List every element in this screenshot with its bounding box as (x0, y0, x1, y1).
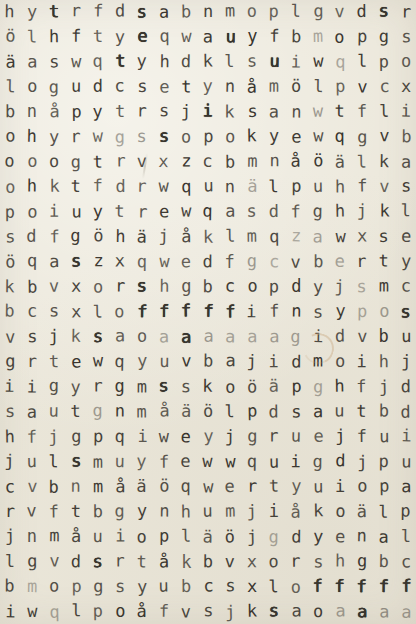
grid-cell[interactable]: e (65, 349, 87, 374)
grid-cell[interactable]: g (241, 424, 263, 449)
grid-cell[interactable]: g (109, 499, 131, 524)
grid-cell[interactable]: s (130, 0, 152, 25)
grid-cell[interactable]: l (87, 299, 109, 324)
grid-cell[interactable]: q (329, 49, 351, 74)
grid-cell[interactable]: t (87, 149, 109, 174)
grid-cell[interactable]: h (0, 0, 21, 24)
grid-cell[interactable]: i (132, 424, 154, 449)
grid-cell[interactable]: c (395, 549, 416, 574)
grid-cell[interactable]: f (87, 0, 109, 24)
grid-cell[interactable]: q (131, 249, 153, 274)
grid-cell[interactable]: m (263, 74, 285, 99)
grid-cell[interactable]: l (372, 500, 394, 525)
grid-cell[interactable]: s (65, 248, 87, 273)
grid-cell[interactable]: p (241, 398, 263, 423)
grid-cell[interactable]: u (219, 24, 241, 49)
grid-cell[interactable]: g (351, 549, 373, 574)
grid-cell[interactable]: f (153, 299, 175, 324)
grid-cell[interactable]: h (329, 548, 351, 573)
grid-cell[interactable]: s (131, 74, 153, 99)
grid-cell[interactable]: h (373, 349, 395, 374)
grid-cell[interactable]: y (64, 375, 86, 400)
grid-cell[interactable]: h (153, 274, 175, 299)
grid-cell[interactable]: o (43, 149, 65, 174)
grid-cell[interactable]: l (307, 74, 329, 99)
grid-cell[interactable]: z (175, 148, 197, 173)
grid-cell[interactable]: i (395, 98, 416, 123)
grid-cell[interactable]: k (65, 324, 87, 349)
grid-cell[interactable]: g (109, 374, 131, 399)
grid-cell[interactable]: o (43, 573, 65, 598)
grid-cell[interactable]: i (197, 98, 219, 123)
grid-cell[interactable]: o (219, 124, 241, 149)
grid-cell[interactable]: b (307, 249, 329, 274)
grid-cell[interactable]: a (197, 24, 219, 49)
grid-cell[interactable]: d (109, 174, 131, 199)
grid-cell[interactable]: i (240, 299, 262, 324)
grid-cell[interactable]: w (65, 49, 87, 74)
grid-cell[interactable]: p (373, 49, 395, 74)
grid-cell[interactable]: f (131, 299, 153, 324)
grid-cell[interactable]: r (109, 548, 131, 573)
grid-cell[interactable]: b (175, 574, 197, 599)
grid-cell[interactable]: d (285, 274, 307, 299)
grid-cell[interactable]: ä (175, 399, 198, 424)
grid-cell[interactable]: x (241, 549, 263, 574)
grid-cell[interactable]: w (87, 348, 109, 373)
grid-cell[interactable]: å (109, 474, 131, 499)
grid-cell[interactable]: v (175, 349, 197, 374)
grid-cell[interactable]: b (0, 99, 21, 124)
grid-cell[interactable]: s (87, 324, 109, 349)
grid-cell[interactable]: s (43, 298, 65, 323)
grid-cell[interactable]: b (0, 298, 21, 323)
grid-cell[interactable]: r (395, 0, 416, 25)
grid-cell[interactable]: n (351, 523, 373, 548)
grid-cell[interactable]: a (307, 224, 329, 249)
grid-cell[interactable]: a (153, 0, 175, 25)
grid-cell[interactable]: å (153, 549, 175, 574)
grid-cell[interactable]: r (109, 148, 131, 173)
grid-cell[interactable]: g (65, 424, 87, 449)
grid-cell[interactable]: s (109, 574, 131, 599)
grid-cell[interactable]: f (350, 574, 372, 599)
grid-cell[interactable]: å (153, 398, 175, 423)
grid-cell[interactable]: ö (285, 74, 307, 99)
grid-cell[interactable]: m (373, 273, 395, 298)
grid-cell[interactable]: t (350, 399, 372, 424)
grid-cell[interactable]: j (351, 198, 373, 223)
grid-cell[interactable]: j (351, 450, 373, 475)
grid-cell[interactable]: r (241, 474, 263, 499)
grid-cell[interactable]: k (241, 599, 263, 624)
grid-cell[interactable]: j (175, 99, 197, 124)
grid-cell[interactable]: i (43, 199, 65, 224)
grid-cell[interactable]: y (285, 473, 307, 498)
grid-cell[interactable]: f (65, 24, 87, 49)
grid-cell[interactable]: s (21, 324, 43, 349)
grid-cell[interactable]: u (152, 573, 174, 598)
grid-cell[interactable]: i (0, 599, 22, 624)
grid-cell[interactable]: d (329, 448, 351, 473)
grid-cell[interactable]: a (329, 598, 351, 623)
grid-cell[interactable]: o (131, 524, 153, 549)
grid-cell[interactable]: s (395, 24, 416, 49)
grid-cell[interactable]: m (219, 498, 241, 523)
grid-cell[interactable]: b (0, 573, 21, 598)
grid-cell[interactable]: l (395, 524, 416, 549)
grid-cell[interactable]: y (329, 298, 351, 323)
grid-cell[interactable]: p (87, 424, 109, 449)
grid-cell[interactable]: w (219, 449, 241, 474)
grid-cell[interactable]: q (108, 349, 130, 374)
grid-cell[interactable]: u (66, 199, 88, 224)
grid-cell[interactable]: b (285, 24, 307, 49)
grid-cell[interactable]: f (351, 99, 373, 124)
grid-cell[interactable]: a (307, 399, 329, 424)
grid-cell[interactable]: p (373, 449, 395, 474)
grid-cell[interactable]: s (152, 373, 174, 398)
grid-cell[interactable]: d (285, 524, 307, 549)
grid-cell[interactable]: x (65, 274, 87, 299)
grid-cell[interactable]: g (64, 223, 86, 248)
grid-cell[interactable]: u (395, 324, 416, 349)
grid-cell[interactable]: l (351, 49, 373, 74)
grid-cell[interactable]: r (131, 200, 153, 225)
grid-cell[interactable]: u (65, 74, 87, 99)
grid-cell[interactable]: v (20, 498, 42, 523)
grid-cell[interactable]: å (284, 149, 306, 174)
grid-cell[interactable]: w (196, 449, 218, 474)
grid-cell[interactable]: q (86, 49, 108, 74)
grid-cell[interactable]: t (87, 24, 109, 49)
grid-cell[interactable]: n (64, 474, 86, 499)
grid-cell[interactable]: k (240, 123, 262, 148)
grid-cell[interactable]: i (21, 374, 43, 399)
grid-cell[interactable]: u (263, 449, 285, 474)
grid-cell[interactable]: a (21, 49, 43, 74)
grid-cell[interactable]: u (285, 423, 307, 448)
grid-cell[interactable]: f (351, 173, 373, 198)
grid-cell[interactable]: m (131, 399, 153, 424)
grid-cell[interactable]: e (153, 199, 175, 224)
grid-cell[interactable]: y (130, 449, 152, 474)
grid-cell[interactable]: r (284, 549, 306, 574)
grid-cell[interactable]: y (109, 24, 131, 49)
grid-cell[interactable]: b (197, 348, 219, 373)
grid-cell[interactable]: s (394, 300, 416, 325)
grid-cell[interactable]: f (175, 298, 197, 323)
grid-cell[interactable]: j (373, 374, 395, 399)
grid-cell[interactable]: f (263, 24, 285, 49)
grid-cell[interactable]: m (241, 224, 263, 249)
grid-cell[interactable]: m (87, 450, 109, 475)
grid-cell[interactable]: b (87, 499, 109, 524)
grid-cell[interactable]: w (153, 249, 175, 274)
grid-cell[interactable]: ä (0, 49, 22, 74)
grid-cell[interactable]: s (0, 224, 21, 249)
grid-cell[interactable]: p (86, 598, 108, 623)
grid-cell[interactable]: s (0, 399, 21, 424)
grid-cell[interactable]: t (64, 399, 86, 424)
grid-cell[interactable]: o (395, 49, 416, 74)
grid-cell[interactable]: j (219, 424, 241, 449)
grid-cell[interactable]: s (153, 124, 175, 149)
grid-cell[interactable]: ö (0, 249, 21, 274)
grid-cell[interactable]: o (351, 474, 373, 499)
grid-cell[interactable]: p (263, 274, 285, 299)
grid-cell[interactable]: a (219, 324, 241, 349)
grid-cell[interactable]: o (373, 299, 395, 324)
grid-cell[interactable]: j (395, 349, 416, 374)
grid-cell[interactable]: i (285, 49, 307, 74)
grid-cell[interactable]: b (373, 398, 395, 423)
grid-cell[interactable]: k (43, 174, 65, 199)
grid-cell[interactable]: x (351, 224, 373, 249)
grid-cell[interactable]: j (241, 524, 263, 549)
grid-cell[interactable]: å (241, 74, 263, 99)
grid-cell[interactable]: w (153, 174, 175, 199)
grid-cell[interactable]: w (329, 224, 351, 249)
grid-cell[interactable]: h (329, 174, 351, 199)
grid-cell[interactable]: f (21, 425, 43, 450)
grid-cell[interactable]: g (307, 449, 329, 474)
grid-cell[interactable]: å (43, 99, 65, 124)
grid-cell[interactable]: s (372, 0, 394, 24)
grid-cell[interactable]: i (109, 523, 131, 548)
grid-cell[interactable]: d (65, 549, 87, 574)
grid-cell[interactable]: w (175, 198, 198, 223)
grid-cell[interactable]: o (219, 374, 241, 399)
grid-cell[interactable]: a (109, 323, 131, 348)
grid-cell[interactable]: t (65, 499, 87, 524)
grid-cell[interactable]: s (175, 374, 197, 399)
grid-cell[interactable]: s (395, 173, 416, 198)
grid-cell[interactable]: s (241, 48, 263, 73)
grid-cell[interactable]: x (152, 149, 174, 174)
grid-cell[interactable]: l (175, 524, 197, 549)
grid-cell[interactable]: n (285, 99, 307, 124)
grid-cell[interactable]: d (394, 399, 416, 424)
grid-cell[interactable]: y (131, 348, 153, 373)
grid-cell[interactable]: a (21, 400, 43, 425)
grid-cell[interactable]: h (175, 499, 197, 524)
grid-cell[interactable]: o (328, 25, 350, 50)
grid-cell[interactable]: t (43, 0, 65, 24)
grid-cell[interactable]: u (307, 474, 329, 499)
grid-cell[interactable]: a (373, 599, 395, 624)
grid-cell[interactable]: l (0, 549, 21, 574)
grid-cell[interactable]: x (65, 299, 88, 324)
grid-cell[interactable]: u (196, 499, 218, 524)
grid-cell[interactable]: m (43, 523, 65, 548)
grid-cell[interactable]: y (21, 0, 43, 24)
grid-cell[interactable]: o (21, 199, 43, 224)
grid-cell[interactable]: d (263, 199, 285, 224)
grid-cell[interactable]: e (285, 124, 307, 149)
grid-cell[interactable]: b (395, 124, 416, 149)
grid-cell[interactable]: d (109, 0, 131, 23)
grid-cell[interactable]: v (351, 324, 373, 349)
grid-cell[interactable]: f (395, 574, 416, 599)
grid-cell[interactable]: h (328, 374, 350, 399)
grid-cell[interactable]: g (306, 199, 328, 224)
grid-cell[interactable]: d (395, 374, 416, 399)
grid-cell[interactable]: c (21, 299, 43, 324)
grid-cell[interactable]: w (307, 49, 329, 74)
grid-cell[interactable]: e (174, 449, 196, 474)
grid-cell[interactable]: j (328, 274, 350, 299)
grid-cell[interactable]: w (21, 599, 43, 624)
grid-cell[interactable]: a (175, 324, 197, 349)
grid-cell[interactable]: a (372, 525, 394, 550)
grid-cell[interactable]: å (131, 599, 153, 624)
grid-cell[interactable]: d (350, 0, 372, 24)
grid-cell[interactable]: a (263, 99, 285, 124)
grid-cell[interactable]: j (0, 448, 21, 473)
grid-cell[interactable]: r (21, 349, 43, 374)
grid-cell[interactable]: o (175, 124, 197, 149)
grid-cell[interactable]: å (175, 224, 197, 249)
grid-cell[interactable]: a (285, 598, 307, 623)
grid-cell[interactable]: h (43, 24, 65, 49)
grid-cell[interactable]: s (86, 549, 108, 574)
grid-cell[interactable]: n (21, 524, 43, 549)
grid-cell[interactable]: ä (130, 474, 152, 499)
grid-cell[interactable]: y (263, 123, 285, 148)
grid-cell[interactable]: r (131, 98, 153, 123)
grid-cell[interactable]: c (263, 249, 285, 274)
grid-cell[interactable]: t (373, 248, 395, 273)
grid-cell[interactable]: n (219, 74, 242, 99)
grid-cell[interactable]: j (42, 424, 64, 449)
grid-cell[interactable]: f (373, 574, 395, 599)
grid-cell[interactable]: x (395, 74, 416, 99)
grid-cell[interactable]: l (373, 99, 395, 124)
grid-cell[interactable]: y (87, 199, 109, 224)
grid-cell[interactable]: y (43, 125, 65, 150)
grid-cell[interactable]: n (285, 298, 307, 323)
grid-cell[interactable]: f (153, 450, 175, 475)
grid-cell[interactable]: f (263, 298, 285, 323)
grid-cell[interactable]: v (373, 123, 395, 148)
grid-cell[interactable]: e (218, 474, 240, 499)
grid-cell[interactable]: a (219, 199, 241, 224)
grid-cell[interactable]: ö (241, 375, 263, 400)
grid-cell[interactable]: b (197, 549, 219, 574)
grid-cell[interactable]: q (196, 198, 218, 223)
grid-cell[interactable]: o (285, 575, 307, 600)
grid-cell[interactable]: h (21, 173, 43, 198)
grid-cell[interactable]: t (109, 99, 131, 124)
grid-cell[interactable]: s (285, 400, 307, 425)
grid-cell[interactable]: g (21, 549, 43, 574)
grid-cell[interactable]: d (175, 49, 197, 74)
grid-cell[interactable]: t (108, 199, 130, 224)
grid-cell[interactable]: a (351, 599, 373, 624)
grid-cell[interactable]: b (373, 549, 395, 574)
grid-cell[interactable]: p (263, 0, 285, 24)
grid-cell[interactable]: p (351, 299, 373, 324)
grid-cell[interactable]: w (197, 475, 219, 500)
grid-cell[interactable]: a (241, 324, 263, 349)
grid-cell[interactable]: u (263, 49, 285, 74)
grid-cell[interactable]: t (64, 174, 87, 199)
grid-cell[interactable]: s (351, 274, 373, 299)
grid-cell[interactable]: s (307, 550, 329, 575)
grid-cell[interactable]: l (65, 598, 87, 623)
grid-cell[interactable]: s (131, 273, 153, 298)
grid-cell[interactable]: q (43, 599, 65, 624)
grid-cell[interactable]: g (307, 0, 329, 24)
grid-cell[interactable]: a (153, 324, 175, 349)
grid-cell[interactable]: a (219, 348, 241, 373)
grid-cell[interactable]: c (108, 73, 130, 98)
grid-cell[interactable]: k (197, 225, 219, 250)
grid-cell[interactable]: ö (307, 148, 329, 173)
grid-cell[interactable]: q (153, 24, 175, 49)
grid-cell[interactable]: e (328, 249, 350, 274)
grid-cell[interactable]: g (65, 149, 87, 174)
grid-cell[interactable]: p (65, 574, 87, 599)
grid-cell[interactable]: d (197, 249, 219, 274)
grid-cell[interactable]: å (284, 500, 306, 525)
grid-cell[interactable]: j (43, 324, 65, 349)
grid-cell[interactable]: c (197, 573, 219, 598)
grid-cell[interactable]: s (263, 598, 285, 623)
grid-cell[interactable]: a (395, 600, 416, 624)
grid-cell[interactable]: s (153, 98, 175, 123)
grid-cell[interactable]: t (263, 474, 285, 499)
grid-cell[interactable]: e (174, 424, 196, 449)
grid-cell[interactable]: f (285, 199, 307, 224)
grid-cell[interactable]: t (109, 48, 131, 73)
grid-cell[interactable]: s (65, 449, 87, 474)
grid-cell[interactable]: p (285, 174, 307, 199)
grid-cell[interactable]: v (131, 149, 153, 174)
grid-cell[interactable]: v (328, 0, 350, 24)
grid-cell[interactable]: c (196, 149, 218, 174)
grid-cell[interactable]: ä (329, 149, 351, 174)
grid-cell[interactable]: p (373, 473, 396, 498)
grid-cell[interactable]: o (307, 599, 329, 624)
grid-cell[interactable]: w (175, 24, 197, 49)
grid-cell[interactable]: l (42, 449, 64, 474)
grid-cell[interactable]: b (42, 475, 64, 500)
grid-cell[interactable]: g (0, 349, 21, 374)
grid-cell[interactable]: w (307, 123, 329, 148)
grid-cell[interactable]: s (131, 124, 153, 149)
grid-cell[interactable]: q (329, 124, 351, 149)
grid-cell[interactable]: p (197, 124, 219, 149)
grid-cell[interactable]: f (43, 499, 65, 524)
grid-cell[interactable]: q (175, 474, 197, 499)
grid-cell[interactable]: ö (0, 23, 22, 48)
grid-cell[interactable]: w (153, 424, 175, 449)
grid-cell[interactable]: g (87, 398, 109, 423)
grid-cell[interactable]: v (175, 599, 197, 624)
grid-cell[interactable]: ä (351, 499, 373, 524)
grid-cell[interactable]: k (0, 274, 21, 299)
grid-cell[interactable]: o (241, 0, 263, 24)
grid-cell[interactable]: o (329, 499, 352, 524)
grid-cell[interactable]: c (0, 474, 21, 499)
grid-cell[interactable]: g (43, 373, 65, 398)
grid-cell[interactable]: o (87, 274, 109, 299)
grid-cell[interactable]: j (0, 523, 21, 548)
grid-cell[interactable]: y (307, 274, 329, 299)
grid-cell[interactable]: x (109, 248, 131, 273)
